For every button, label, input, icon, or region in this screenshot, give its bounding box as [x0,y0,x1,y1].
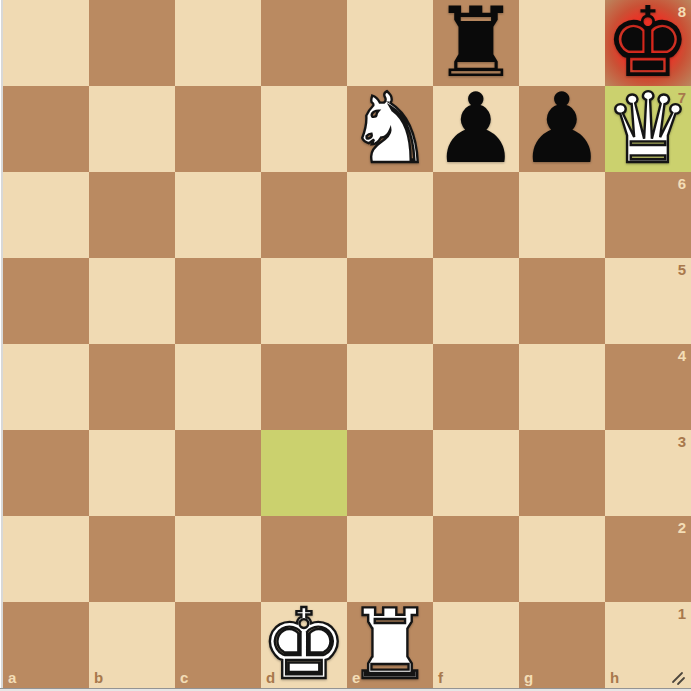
square-c2[interactable] [175,516,261,602]
page-gutter-left [0,0,3,691]
square-b2[interactable] [89,516,175,602]
rank-label-5: 5 [678,262,686,277]
file-label-g: g [524,670,533,685]
square-e7[interactable]: ♞ [347,86,433,172]
square-g7[interactable]: ♟ [519,86,605,172]
square-h7[interactable]: 7♛ [605,86,691,172]
square-b6[interactable] [89,172,175,258]
square-c3[interactable] [175,430,261,516]
square-f3[interactable] [433,430,519,516]
square-e3[interactable] [347,430,433,516]
square-c8[interactable] [175,0,261,86]
square-a8[interactable] [3,0,89,86]
square-g3[interactable] [519,430,605,516]
square-g4[interactable] [519,344,605,430]
white-knight[interactable]: ♞ [347,86,433,172]
file-label-h: h [610,670,619,685]
square-d6[interactable] [261,172,347,258]
square-e4[interactable] [347,344,433,430]
square-a3[interactable] [3,430,89,516]
square-c5[interactable] [175,258,261,344]
square-d7[interactable] [261,86,347,172]
square-d8[interactable] [261,0,347,86]
black-pawn[interactable]: ♟ [519,86,605,172]
file-label-c: c [180,670,188,685]
rank-label-4: 4 [678,348,686,363]
rank-label-6: 6 [678,176,686,191]
square-a2[interactable] [3,516,89,602]
file-label-f: f [438,670,443,685]
square-a4[interactable] [3,344,89,430]
square-c1[interactable]: c [175,602,261,688]
square-f4[interactable] [433,344,519,430]
rank-label-7: 7 [678,90,686,105]
square-f7[interactable]: ♟ [433,86,519,172]
square-d4[interactable] [261,344,347,430]
square-e5[interactable] [347,258,433,344]
square-h5[interactable]: 5 [605,258,691,344]
rank-label-2: 2 [678,520,686,535]
square-a1[interactable]: a [3,602,89,688]
file-label-a: a [8,670,16,685]
square-h3[interactable]: 3 [605,430,691,516]
square-d5[interactable] [261,258,347,344]
rank-label-3: 3 [678,434,686,449]
square-h2[interactable]: 2 [605,516,691,602]
chess-board[interactable]: ♜8♚♞♟♟7♛65432abcd♚e♜fg1h [3,0,691,688]
board-resize-handle-icon[interactable] [671,671,686,686]
square-f5[interactable] [433,258,519,344]
square-g2[interactable] [519,516,605,602]
file-label-d: d [266,670,275,685]
square-b4[interactable] [89,344,175,430]
square-c4[interactable] [175,344,261,430]
square-g1[interactable]: g [519,602,605,688]
square-f1[interactable]: f [433,602,519,688]
square-g5[interactable] [519,258,605,344]
square-d1[interactable]: d♚ [261,602,347,688]
file-label-e: e [352,670,360,685]
square-a7[interactable] [3,86,89,172]
file-label-b: b [94,670,103,685]
square-b7[interactable] [89,86,175,172]
square-f2[interactable] [433,516,519,602]
square-c6[interactable] [175,172,261,258]
rank-label-1: 1 [678,606,686,621]
black-pawn[interactable]: ♟ [433,86,519,172]
square-h4[interactable]: 4 [605,344,691,430]
square-d3[interactable] [261,430,347,516]
square-a5[interactable] [3,258,89,344]
square-c7[interactable] [175,86,261,172]
rank-label-8: 8 [678,4,686,19]
square-b3[interactable] [89,430,175,516]
square-b1[interactable]: b [89,602,175,688]
square-b8[interactable] [89,0,175,86]
page: ♜8♚♞♟♟7♛65432abcd♚e♜fg1h [0,0,691,691]
square-b5[interactable] [89,258,175,344]
square-a6[interactable] [3,172,89,258]
square-e1[interactable]: e♜ [347,602,433,688]
